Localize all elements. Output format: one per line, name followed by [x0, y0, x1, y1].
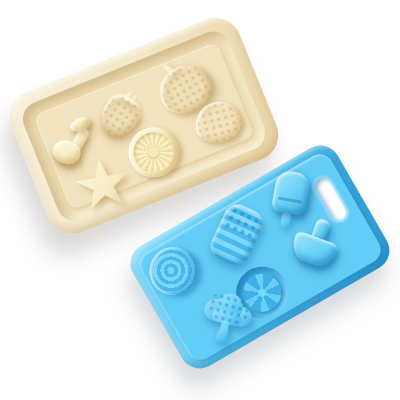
star-body [71, 153, 136, 216]
product-photo [0, 0, 400, 400]
cavity-star [71, 153, 136, 216]
popsicle-stick [280, 212, 291, 227]
popsicle-body [271, 169, 312, 216]
